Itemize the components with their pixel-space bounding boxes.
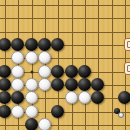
- grid-vline: [98, 0, 99, 130]
- board-icon: [127, 65, 130, 72]
- white-stone[interactable]: [38, 118, 51, 130]
- go-board[interactable]: [0, 0, 130, 130]
- white-stone[interactable]: [25, 51, 38, 64]
- white-stone[interactable]: [65, 91, 78, 104]
- black-stone[interactable]: [65, 78, 78, 91]
- black-stone[interactable]: [0, 78, 11, 91]
- grid-hline: [0, 32, 130, 33]
- white-stone[interactable]: [25, 91, 38, 104]
- black-stone[interactable]: [0, 38, 11, 51]
- white-stone[interactable]: [11, 105, 24, 118]
- black-stone[interactable]: [78, 78, 91, 91]
- star-point: [30, 70, 33, 73]
- black-stone[interactable]: [0, 91, 11, 104]
- black-stone[interactable]: [0, 65, 11, 78]
- black-stone[interactable]: [78, 65, 91, 78]
- mini-white-stone-icon: [118, 112, 124, 118]
- white-stone[interactable]: [25, 78, 38, 91]
- board-side-button-bottom[interactable]: [124, 62, 130, 75]
- white-stone[interactable]: [38, 51, 51, 64]
- white-stone[interactable]: [38, 65, 51, 78]
- black-stone[interactable]: [65, 65, 78, 78]
- white-stone[interactable]: [11, 51, 24, 64]
- grid-hline: [0, 5, 130, 6]
- black-stone[interactable]: [51, 78, 64, 91]
- black-stone[interactable]: [11, 91, 24, 104]
- black-stone[interactable]: [25, 118, 38, 130]
- white-stone[interactable]: [78, 91, 91, 104]
- white-stone[interactable]: [38, 78, 51, 91]
- white-stone[interactable]: [11, 78, 24, 91]
- black-stone[interactable]: [118, 91, 130, 104]
- grid-hline: [0, 125, 130, 126]
- board-icon: [127, 41, 130, 48]
- button-caption-top: ..: [125, 52, 130, 56]
- black-stone[interactable]: [25, 38, 38, 51]
- grid-hline: [0, 18, 130, 19]
- board-side-button-top[interactable]: [124, 38, 130, 51]
- white-stone[interactable]: [25, 105, 38, 118]
- black-stone[interactable]: [38, 38, 51, 51]
- black-stone[interactable]: [11, 38, 24, 51]
- black-stone[interactable]: [0, 105, 11, 118]
- black-stone[interactable]: [51, 38, 64, 51]
- white-stone[interactable]: [11, 65, 24, 78]
- black-stone[interactable]: [91, 91, 104, 104]
- button-caption-bottom: ..: [125, 76, 130, 80]
- black-stone[interactable]: [51, 105, 64, 118]
- black-stone[interactable]: [91, 78, 104, 91]
- black-stone[interactable]: [51, 65, 64, 78]
- go-game-screen: .. ..: [0, 0, 130, 130]
- grid-vline: [112, 0, 113, 130]
